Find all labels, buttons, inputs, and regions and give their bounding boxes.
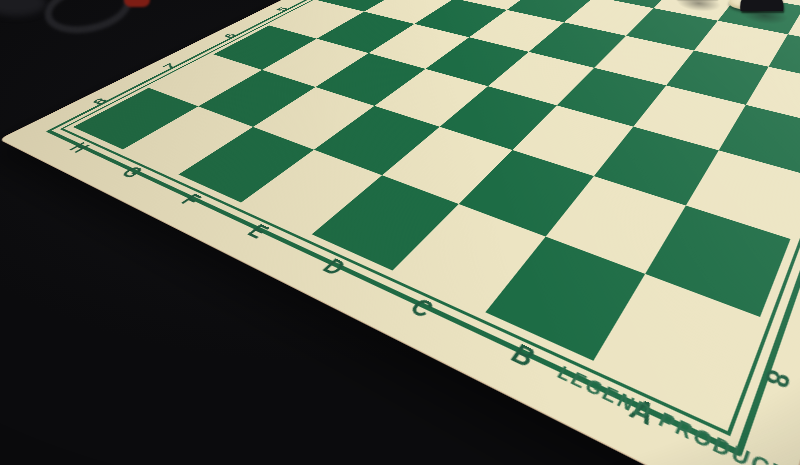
red-object-top [124, 0, 150, 7]
cord-loop [40, 0, 136, 41]
background-object [0, 0, 46, 16]
scene: HGFEDCBA8877665544332211 LEGEND PRODUCTS… [0, 0, 800, 465]
black-pawn-b7[interactable]: ♟ [729, 0, 794, 23]
black-pawn-c7[interactable]: ♟ [666, 0, 728, 10]
chess-board: HGFEDCBA8877665544332211 LEGEND PRODUCTS [73, 0, 800, 418]
